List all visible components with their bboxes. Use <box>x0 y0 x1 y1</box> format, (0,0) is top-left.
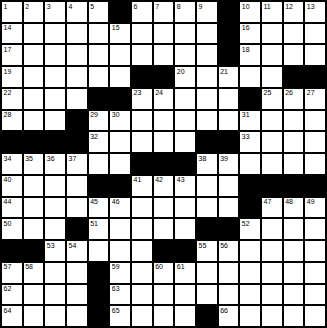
clue-number-17: 17 <box>4 46 12 54</box>
cell-r4c0[interactable]: 22 <box>2 89 22 109</box>
clue-number-27: 27 <box>307 89 315 97</box>
clue-number-30: 30 <box>112 111 120 119</box>
cell-r5c0[interactable]: 28 <box>2 111 22 131</box>
cell-r10c11[interactable]: 52 <box>240 219 260 239</box>
cell-r4c8[interactable] <box>175 89 195 109</box>
cell-r10c13[interactable] <box>284 219 304 239</box>
cell-r9c12[interactable]: 47 <box>262 198 282 218</box>
cell-r3c1[interactable] <box>24 67 44 87</box>
block-cell-r3c7 <box>154 67 174 87</box>
cell-r11c4[interactable] <box>89 241 109 261</box>
cell-r14c8[interactable] <box>175 306 195 326</box>
cell-r0c0[interactable]: 1 <box>2 2 22 22</box>
cell-r13c7[interactable] <box>154 285 174 305</box>
block-cell-r14c4 <box>89 306 109 326</box>
cell-r13c5[interactable]: 63 <box>110 285 130 305</box>
cell-r10c0[interactable]: 50 <box>2 219 22 239</box>
cell-r13c8[interactable] <box>175 285 195 305</box>
cell-r1c7[interactable] <box>154 24 174 44</box>
cell-r4c7[interactable]: 24 <box>154 89 174 109</box>
cell-r1c8[interactable] <box>175 24 195 44</box>
clue-number-38: 38 <box>198 155 206 163</box>
block-cell-r7c7 <box>154 154 174 174</box>
clue-number-34: 34 <box>4 155 12 163</box>
cell-r10c12[interactable] <box>262 219 282 239</box>
cell-r9c5[interactable]: 46 <box>110 198 130 218</box>
block-cell-r11c0 <box>2 241 22 261</box>
cell-r6c11[interactable]: 33 <box>240 132 260 152</box>
cell-r8c2[interactable] <box>45 176 65 196</box>
cell-r13c13[interactable] <box>284 285 304 305</box>
cell-r6c8[interactable] <box>175 132 195 152</box>
clue-number-46: 46 <box>112 198 120 206</box>
clue-number-54: 54 <box>68 242 76 250</box>
cell-r11c10[interactable]: 56 <box>219 241 239 261</box>
cell-r4c6[interactable]: 23 <box>132 89 152 109</box>
cell-r14c1[interactable] <box>24 306 44 326</box>
cell-r7c3[interactable]: 37 <box>67 154 87 174</box>
block-cell-r8c11 <box>240 176 260 196</box>
cell-r11c6[interactable] <box>132 241 152 261</box>
cell-r0c7[interactable]: 7 <box>154 2 174 22</box>
cell-r9c10[interactable] <box>219 198 239 218</box>
cell-r5c9[interactable] <box>197 111 217 131</box>
cell-r8c10[interactable] <box>219 176 239 196</box>
clue-number-36: 36 <box>47 155 55 163</box>
clue-number-61: 61 <box>177 263 185 271</box>
cell-r9c13[interactable]: 48 <box>284 198 304 218</box>
cell-r10c8[interactable] <box>175 219 195 239</box>
cell-r3c11[interactable] <box>240 67 260 87</box>
cell-r4c10[interactable] <box>219 89 239 109</box>
cell-r4c9[interactable] <box>197 89 217 109</box>
cell-r1c3[interactable] <box>67 24 87 44</box>
clue-number-63: 63 <box>112 285 120 293</box>
clue-number-25: 25 <box>263 89 271 97</box>
block-cell-r3c14 <box>305 67 325 87</box>
clue-number-64: 64 <box>4 307 12 315</box>
cell-r6c6[interactable] <box>132 132 152 152</box>
cell-r10c7[interactable] <box>154 219 174 239</box>
cell-r12c13[interactable] <box>284 263 304 283</box>
cell-r2c12[interactable] <box>262 45 282 65</box>
cell-r1c9[interactable] <box>197 24 217 44</box>
block-cell-r7c6 <box>132 154 152 174</box>
cell-r12c1[interactable]: 58 <box>24 263 44 283</box>
cell-r1c4[interactable] <box>89 24 109 44</box>
cell-r9c14[interactable]: 49 <box>305 198 325 218</box>
cell-r3c10[interactable]: 21 <box>219 67 239 87</box>
cell-r2c2[interactable] <box>45 45 65 65</box>
block-cell-r6c0 <box>2 132 22 152</box>
clue-number-53: 53 <box>47 242 55 250</box>
block-cell-r4c4 <box>89 89 109 109</box>
cell-r13c6[interactable] <box>132 285 152 305</box>
cell-r13c2[interactable] <box>45 285 65 305</box>
cell-r5c7[interactable] <box>154 111 174 131</box>
cell-r5c4[interactable]: 29 <box>89 111 109 131</box>
cell-r5c14[interactable] <box>305 111 325 131</box>
clue-number-39: 39 <box>220 155 228 163</box>
block-cell-r10c10 <box>219 219 239 239</box>
cell-r0c8[interactable]: 8 <box>175 2 195 22</box>
cell-r6c5[interactable] <box>110 132 130 152</box>
cell-r2c1[interactable] <box>24 45 44 65</box>
cell-r9c6[interactable] <box>132 198 152 218</box>
cell-r4c14[interactable]: 27 <box>305 89 325 109</box>
cell-r10c1[interactable] <box>24 219 44 239</box>
clue-number-13: 13 <box>307 3 315 11</box>
clue-number-21: 21 <box>220 68 228 76</box>
block-cell-r7c8 <box>175 154 195 174</box>
cell-r10c2[interactable] <box>45 219 65 239</box>
clue-number-62: 62 <box>4 285 12 293</box>
cell-r5c12[interactable] <box>262 111 282 131</box>
clue-number-18: 18 <box>242 46 250 54</box>
cell-r7c4[interactable] <box>89 154 109 174</box>
cell-r4c1[interactable] <box>24 89 44 109</box>
clue-number-9: 9 <box>198 3 202 11</box>
cell-r1c1[interactable] <box>24 24 44 44</box>
block-cell-r4c5 <box>110 89 130 109</box>
cell-r10c14[interactable] <box>305 219 325 239</box>
block-cell-r6c2 <box>45 132 65 152</box>
cell-r11c2[interactable]: 53 <box>45 241 65 261</box>
cell-r3c2[interactable] <box>45 67 65 87</box>
cell-r8c6[interactable]: 41 <box>132 176 152 196</box>
cell-r1c11[interactable]: 16 <box>240 24 260 44</box>
cell-r6c13[interactable] <box>284 132 304 152</box>
clue-number-43: 43 <box>177 176 185 184</box>
clue-number-7: 7 <box>155 3 159 11</box>
clue-number-2: 2 <box>25 3 29 11</box>
block-cell-r11c8 <box>175 241 195 261</box>
cell-r8c8[interactable]: 43 <box>175 176 195 196</box>
clue-number-55: 55 <box>198 242 206 250</box>
clue-number-65: 65 <box>112 307 120 315</box>
cell-r14c12[interactable] <box>262 306 282 326</box>
block-cell-r8c5 <box>110 176 130 196</box>
clue-number-40: 40 <box>4 176 12 184</box>
cell-r3c9[interactable] <box>197 67 217 87</box>
block-cell-r4c11 <box>240 89 260 109</box>
cell-r5c10[interactable] <box>219 111 239 131</box>
clue-number-14: 14 <box>4 24 12 32</box>
cell-r13c11[interactable] <box>240 285 260 305</box>
cell-r14c6[interactable] <box>132 306 152 326</box>
cell-r0c3[interactable]: 4 <box>67 2 87 22</box>
block-cell-r5c3 <box>67 111 87 131</box>
cell-r11c13[interactable] <box>284 241 304 261</box>
cell-r11c3[interactable]: 54 <box>67 241 87 261</box>
cell-r0c4[interactable]: 5 <box>89 2 109 22</box>
block-cell-r10c9 <box>197 219 217 239</box>
cell-r12c10[interactable] <box>219 263 239 283</box>
clue-number-35: 35 <box>25 155 33 163</box>
cell-r12c0[interactable]: 57 <box>2 263 22 283</box>
cell-r8c1[interactable] <box>24 176 44 196</box>
cell-r10c5[interactable] <box>110 219 130 239</box>
block-cell-r13c4 <box>89 285 109 305</box>
cell-r2c8[interactable] <box>175 45 195 65</box>
cell-r14c11[interactable] <box>240 306 260 326</box>
cell-r13c10[interactable] <box>219 285 239 305</box>
cell-r10c6[interactable] <box>132 219 152 239</box>
cell-r2c4[interactable] <box>89 45 109 65</box>
cell-r0c2[interactable]: 3 <box>45 2 65 22</box>
block-cell-r11c1 <box>24 241 44 261</box>
cell-r3c0[interactable]: 19 <box>2 67 22 87</box>
cell-r4c13[interactable]: 26 <box>284 89 304 109</box>
cell-r7c2[interactable]: 36 <box>45 154 65 174</box>
clue-number-10: 10 <box>242 3 250 11</box>
cell-r9c0[interactable]: 44 <box>2 198 22 218</box>
block-cell-r8c13 <box>284 176 304 196</box>
clue-number-26: 26 <box>285 89 293 97</box>
clue-number-31: 31 <box>242 111 250 119</box>
cell-r1c13[interactable] <box>284 24 304 44</box>
cell-r7c1[interactable]: 35 <box>24 154 44 174</box>
block-cell-r6c9 <box>197 132 217 152</box>
clue-number-45: 45 <box>90 198 98 206</box>
clue-number-58: 58 <box>25 263 33 271</box>
cell-r9c1[interactable] <box>24 198 44 218</box>
cell-r0c11[interactable]: 10 <box>240 2 260 22</box>
cell-r0c9[interactable]: 9 <box>197 2 217 22</box>
clue-number-50: 50 <box>4 220 12 228</box>
cell-r3c5[interactable] <box>110 67 130 87</box>
cell-r6c4[interactable]: 32 <box>89 132 109 152</box>
clue-number-3: 3 <box>47 3 51 11</box>
cell-r12c8[interactable]: 61 <box>175 263 195 283</box>
cell-r1c0[interactable]: 14 <box>2 24 22 44</box>
clue-number-56: 56 <box>220 242 228 250</box>
cell-r3c3[interactable] <box>67 67 87 87</box>
block-cell-r9c11 <box>240 198 260 218</box>
cell-r11c5[interactable] <box>110 241 130 261</box>
cell-r6c14[interactable] <box>305 132 325 152</box>
cell-r2c7[interactable] <box>154 45 174 65</box>
clue-number-11: 11 <box>263 3 270 11</box>
clue-number-60: 60 <box>155 263 163 271</box>
cell-r14c2[interactable] <box>45 306 65 326</box>
cell-r8c3[interactable] <box>67 176 87 196</box>
cell-r11c9[interactable]: 55 <box>197 241 217 261</box>
clue-number-57: 57 <box>4 263 12 271</box>
cell-r7c14[interactable] <box>305 154 325 174</box>
clue-number-22: 22 <box>4 89 12 97</box>
clue-number-41: 41 <box>133 176 141 184</box>
cell-r3c4[interactable] <box>89 67 109 87</box>
clue-number-66: 66 <box>220 307 228 315</box>
block-cell-r6c3 <box>67 132 87 152</box>
block-cell-r10c3 <box>67 219 87 239</box>
cell-r7c13[interactable] <box>284 154 304 174</box>
cell-r0c1[interactable]: 2 <box>24 2 44 22</box>
block-cell-r6c1 <box>24 132 44 152</box>
clue-number-37: 37 <box>68 155 76 163</box>
block-cell-r3c6 <box>132 67 152 87</box>
cell-r14c14[interactable] <box>305 306 325 326</box>
cell-r14c5[interactable]: 65 <box>110 306 130 326</box>
clue-number-16: 16 <box>242 24 250 32</box>
block-cell-r14c9 <box>197 306 217 326</box>
cell-r9c8[interactable] <box>175 198 195 218</box>
cell-r3c8[interactable]: 20 <box>175 67 195 87</box>
cell-r14c7[interactable] <box>154 306 174 326</box>
cell-r6c7[interactable] <box>154 132 174 152</box>
cell-r9c3[interactable] <box>67 198 87 218</box>
cell-r5c6[interactable] <box>132 111 152 131</box>
cell-r2c9[interactable] <box>197 45 217 65</box>
block-cell-r8c14 <box>305 176 325 196</box>
cell-r12c7[interactable]: 60 <box>154 263 174 283</box>
cell-r1c12[interactable] <box>262 24 282 44</box>
clue-number-23: 23 <box>133 89 141 97</box>
cell-r12c5[interactable]: 59 <box>110 263 130 283</box>
cell-r2c6[interactable] <box>132 45 152 65</box>
cell-r9c4[interactable]: 45 <box>89 198 109 218</box>
cell-r12c2[interactable] <box>45 263 65 283</box>
cell-r11c12[interactable] <box>262 241 282 261</box>
cell-r3c12[interactable] <box>262 67 282 87</box>
cell-r5c13[interactable] <box>284 111 304 131</box>
cell-r8c9[interactable] <box>197 176 217 196</box>
cell-r12c12[interactable] <box>262 263 282 283</box>
clue-number-4: 4 <box>68 3 72 11</box>
cell-r13c0[interactable]: 62 <box>2 285 22 305</box>
clue-number-19: 19 <box>4 68 12 76</box>
cell-r0c13[interactable]: 12 <box>284 2 304 22</box>
cell-r4c12[interactable]: 25 <box>262 89 282 109</box>
cell-r12c11[interactable] <box>240 263 260 283</box>
cell-r9c2[interactable] <box>45 198 65 218</box>
cell-r12c3[interactable] <box>67 263 87 283</box>
cell-r6c12[interactable] <box>262 132 282 152</box>
cell-r9c7[interactable] <box>154 198 174 218</box>
clue-number-48: 48 <box>285 198 293 206</box>
cell-r1c2[interactable] <box>45 24 65 44</box>
cell-r14c10[interactable]: 66 <box>219 306 239 326</box>
cell-r1c6[interactable] <box>132 24 152 44</box>
clue-number-1: 1 <box>4 3 8 11</box>
cell-r14c3[interactable] <box>67 306 87 326</box>
block-cell-r8c12 <box>262 176 282 196</box>
clue-number-32: 32 <box>90 133 98 141</box>
cell-r13c1[interactable] <box>24 285 44 305</box>
cell-r0c14[interactable]: 13 <box>305 2 325 22</box>
cell-r2c5[interactable] <box>110 45 130 65</box>
block-cell-r11c7 <box>154 241 174 261</box>
cell-r4c3[interactable] <box>67 89 87 109</box>
cell-r7c10[interactable]: 39 <box>219 154 239 174</box>
cell-r10c4[interactable]: 51 <box>89 219 109 239</box>
cell-r7c9[interactable]: 38 <box>197 154 217 174</box>
cell-r14c0[interactable]: 64 <box>2 306 22 326</box>
block-cell-r0c10 <box>219 2 239 22</box>
clue-number-20: 20 <box>177 68 185 76</box>
block-cell-r8c4 <box>89 176 109 196</box>
cell-r11c11[interactable] <box>240 241 260 261</box>
clue-number-33: 33 <box>242 133 250 141</box>
cell-r1c5[interactable]: 15 <box>110 24 130 44</box>
clue-number-47: 47 <box>263 198 271 206</box>
crossword-grid: 1234567891011121314151617181920212223242… <box>0 0 327 328</box>
clue-number-15: 15 <box>112 24 120 32</box>
cell-r13c3[interactable] <box>67 285 87 305</box>
cell-r13c9[interactable] <box>197 285 217 305</box>
cell-r0c12[interactable]: 11 <box>262 2 282 22</box>
block-cell-r2c10 <box>219 45 239 65</box>
block-cell-r6c10 <box>219 132 239 152</box>
clue-number-6: 6 <box>133 3 137 11</box>
cell-r1c14[interactable] <box>305 24 325 44</box>
cell-r5c1[interactable] <box>24 111 44 131</box>
cell-r5c2[interactable] <box>45 111 65 131</box>
cell-r9c9[interactable] <box>197 198 217 218</box>
cell-r2c13[interactable] <box>284 45 304 65</box>
clue-number-44: 44 <box>4 198 12 206</box>
cell-r14c13[interactable] <box>284 306 304 326</box>
cell-r7c5[interactable] <box>110 154 130 174</box>
block-cell-r0c5 <box>110 2 130 22</box>
cell-r5c11[interactable]: 31 <box>240 111 260 131</box>
cell-r7c11[interactable] <box>240 154 260 174</box>
cell-r4c2[interactable] <box>45 89 65 109</box>
cell-r5c5[interactable]: 30 <box>110 111 130 131</box>
clue-number-49: 49 <box>307 198 315 206</box>
cell-r2c0[interactable]: 17 <box>2 45 22 65</box>
cell-r5c8[interactable] <box>175 111 195 131</box>
cell-r8c7[interactable]: 42 <box>154 176 174 196</box>
cell-r2c3[interactable] <box>67 45 87 65</box>
clue-number-24: 24 <box>155 89 163 97</box>
cell-r12c6[interactable] <box>132 263 152 283</box>
block-cell-r1c10 <box>219 24 239 44</box>
clue-number-59: 59 <box>112 263 120 271</box>
block-cell-r12c4 <box>89 263 109 283</box>
clue-number-51: 51 <box>90 220 98 228</box>
block-cell-r3c13 <box>284 67 304 87</box>
clue-number-5: 5 <box>90 3 94 11</box>
clue-number-29: 29 <box>90 111 98 119</box>
clue-number-42: 42 <box>155 176 163 184</box>
clue-number-8: 8 <box>177 3 181 11</box>
cell-r13c14[interactable] <box>305 285 325 305</box>
clue-number-52: 52 <box>242 220 250 228</box>
clue-number-28: 28 <box>4 111 12 119</box>
cell-r11c14[interactable] <box>305 241 325 261</box>
cell-r0c6[interactable]: 6 <box>132 2 152 22</box>
cell-r7c0[interactable]: 34 <box>2 154 22 174</box>
cell-r2c14[interactable] <box>305 45 325 65</box>
cell-r8c0[interactable]: 40 <box>2 176 22 196</box>
clue-number-12: 12 <box>285 3 293 11</box>
cell-r12c9[interactable] <box>197 263 217 283</box>
cell-r2c11[interactable]: 18 <box>240 45 260 65</box>
cell-r13c12[interactable] <box>262 285 282 305</box>
cell-r12c14[interactable] <box>305 263 325 283</box>
cell-r7c12[interactable] <box>262 154 282 174</box>
